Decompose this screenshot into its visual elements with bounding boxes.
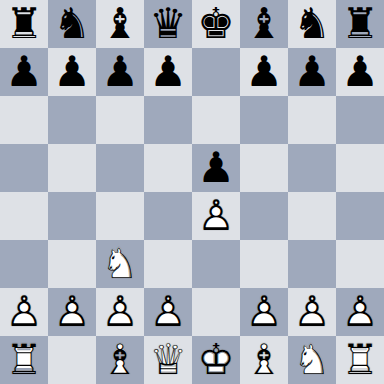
piece-black-pawn[interactable]: ♟ [149, 48, 187, 96]
piece-black-queen[interactable]: ♛ [149, 0, 187, 48]
piece-black-pawn[interactable]: ♟ [197, 144, 235, 192]
white-piece-outline: ♗ [101, 336, 139, 384]
piece-black-knight[interactable]: ♞ [293, 0, 331, 48]
square-c1[interactable]: ♝♗ [96, 336, 144, 384]
square-a3[interactable] [0, 240, 48, 288]
chess-board: ♜♞♝♛♚♝♞♜♟♟♟♟♟♟♟♟♟♙♞♘♟♙♟♙♟♙♟♙♟♙♟♙♟♙♜♖♝♗♛♕… [0, 0, 384, 384]
square-b2[interactable]: ♟♙ [48, 288, 96, 336]
piece-white-pawn[interactable]: ♟♙ [101, 288, 139, 336]
square-g1[interactable]: ♞♘ [288, 336, 336, 384]
square-c8[interactable]: ♝ [96, 0, 144, 48]
piece-black-pawn[interactable]: ♟ [5, 48, 43, 96]
square-e2[interactable] [192, 288, 240, 336]
square-d1[interactable]: ♛♕ [144, 336, 192, 384]
square-g7[interactable]: ♟ [288, 48, 336, 96]
square-e5[interactable]: ♟ [192, 144, 240, 192]
square-f8[interactable]: ♝ [240, 0, 288, 48]
white-piece-outline: ♙ [149, 288, 187, 336]
white-piece-outline: ♙ [53, 288, 91, 336]
piece-white-king[interactable]: ♚♔ [197, 336, 235, 384]
square-b8[interactable]: ♞ [48, 0, 96, 48]
white-piece-outline: ♙ [293, 288, 331, 336]
square-d8[interactable]: ♛ [144, 0, 192, 48]
square-g8[interactable]: ♞ [288, 0, 336, 48]
piece-white-pawn[interactable]: ♟♙ [341, 288, 379, 336]
square-g5[interactable] [288, 144, 336, 192]
square-f7[interactable]: ♟ [240, 48, 288, 96]
piece-black-pawn[interactable]: ♟ [293, 48, 331, 96]
piece-black-pawn[interactable]: ♟ [245, 48, 283, 96]
square-d5[interactable] [144, 144, 192, 192]
piece-white-queen[interactable]: ♛♕ [149, 336, 187, 384]
square-h8[interactable]: ♜ [336, 0, 384, 48]
square-c2[interactable]: ♟♙ [96, 288, 144, 336]
white-piece-outline: ♙ [101, 288, 139, 336]
square-b1[interactable] [48, 336, 96, 384]
square-e8[interactable]: ♚ [192, 0, 240, 48]
square-c6[interactable] [96, 96, 144, 144]
square-d6[interactable] [144, 96, 192, 144]
white-piece-outline: ♘ [293, 336, 331, 384]
white-piece-outline: ♖ [5, 336, 43, 384]
piece-black-king[interactable]: ♚ [197, 0, 235, 48]
square-e3[interactable] [192, 240, 240, 288]
square-e7[interactable] [192, 48, 240, 96]
piece-black-pawn[interactable]: ♟ [101, 48, 139, 96]
square-c3[interactable]: ♞♘ [96, 240, 144, 288]
piece-white-bishop[interactable]: ♝♗ [101, 336, 139, 384]
square-h6[interactable] [336, 96, 384, 144]
square-a4[interactable] [0, 192, 48, 240]
square-a7[interactable]: ♟ [0, 48, 48, 96]
square-d3[interactable] [144, 240, 192, 288]
square-h5[interactable] [336, 144, 384, 192]
square-f3[interactable] [240, 240, 288, 288]
square-e4[interactable]: ♟♙ [192, 192, 240, 240]
square-f1[interactable]: ♝♗ [240, 336, 288, 384]
square-b3[interactable] [48, 240, 96, 288]
square-a1[interactable]: ♜♖ [0, 336, 48, 384]
square-h4[interactable] [336, 192, 384, 240]
square-d2[interactable]: ♟♙ [144, 288, 192, 336]
square-d4[interactable] [144, 192, 192, 240]
square-a2[interactable]: ♟♙ [0, 288, 48, 336]
piece-black-rook[interactable]: ♜ [5, 0, 43, 48]
square-h7[interactable]: ♟ [336, 48, 384, 96]
piece-white-rook[interactable]: ♜♖ [5, 336, 43, 384]
piece-black-bishop[interactable]: ♝ [245, 0, 283, 48]
piece-white-knight[interactable]: ♞♘ [293, 336, 331, 384]
piece-white-pawn[interactable]: ♟♙ [293, 288, 331, 336]
piece-white-knight[interactable]: ♞♘ [101, 240, 139, 288]
white-piece-outline: ♙ [197, 192, 235, 240]
piece-white-pawn[interactable]: ♟♙ [245, 288, 283, 336]
piece-black-pawn[interactable]: ♟ [341, 48, 379, 96]
square-c5[interactable] [96, 144, 144, 192]
piece-white-pawn[interactable]: ♟♙ [5, 288, 43, 336]
white-piece-outline: ♖ [341, 336, 379, 384]
square-c7[interactable]: ♟ [96, 48, 144, 96]
white-piece-outline: ♔ [197, 336, 235, 384]
square-h3[interactable] [336, 240, 384, 288]
white-piece-outline: ♙ [341, 288, 379, 336]
white-piece-outline: ♙ [245, 288, 283, 336]
square-f2[interactable]: ♟♙ [240, 288, 288, 336]
square-g4[interactable] [288, 192, 336, 240]
square-a6[interactable] [0, 96, 48, 144]
square-a8[interactable]: ♜ [0, 0, 48, 48]
white-piece-outline: ♕ [149, 336, 187, 384]
square-b4[interactable] [48, 192, 96, 240]
piece-white-rook[interactable]: ♜♖ [341, 336, 379, 384]
piece-black-bishop[interactable]: ♝ [101, 0, 139, 48]
square-e6[interactable] [192, 96, 240, 144]
square-f4[interactable] [240, 192, 288, 240]
square-d7[interactable]: ♟ [144, 48, 192, 96]
piece-black-pawn[interactable]: ♟ [53, 48, 91, 96]
piece-white-pawn[interactable]: ♟♙ [53, 288, 91, 336]
square-b5[interactable] [48, 144, 96, 192]
square-e1[interactable]: ♚♔ [192, 336, 240, 384]
square-g6[interactable] [288, 96, 336, 144]
piece-black-knight[interactable]: ♞ [53, 0, 91, 48]
piece-black-rook[interactable]: ♜ [341, 0, 379, 48]
square-h1[interactable]: ♜♖ [336, 336, 384, 384]
white-piece-outline: ♙ [5, 288, 43, 336]
piece-white-pawn[interactable]: ♟♙ [197, 192, 235, 240]
square-f6[interactable] [240, 96, 288, 144]
piece-white-pawn[interactable]: ♟♙ [149, 288, 187, 336]
square-g2[interactable]: ♟♙ [288, 288, 336, 336]
square-b7[interactable]: ♟ [48, 48, 96, 96]
square-a5[interactable] [0, 144, 48, 192]
square-f5[interactable] [240, 144, 288, 192]
square-c4[interactable] [96, 192, 144, 240]
piece-white-bishop[interactable]: ♝♗ [245, 336, 283, 384]
white-piece-outline: ♘ [101, 240, 139, 288]
square-g3[interactable] [288, 240, 336, 288]
white-piece-outline: ♗ [245, 336, 283, 384]
square-h2[interactable]: ♟♙ [336, 288, 384, 336]
square-b6[interactable] [48, 96, 96, 144]
